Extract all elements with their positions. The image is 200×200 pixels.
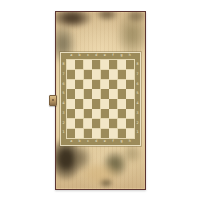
square-d1 (92, 129, 100, 138)
brass-clasp-latch (49, 95, 57, 106)
chess-board: abcdefgh abcdefgh 87654321 87654321 (61, 53, 140, 145)
coord-label: 5 (135, 89, 140, 99)
square-b8 (75, 60, 83, 69)
square-d7 (92, 70, 100, 79)
engraving-stain-top-left (55, 11, 92, 28)
square-g7 (118, 70, 126, 79)
square-h4 (126, 99, 134, 108)
square-a1 (67, 129, 75, 138)
coord-label: c (84, 140, 92, 144)
square-a4 (67, 99, 75, 108)
coord-label: h (126, 140, 134, 144)
square-c7 (84, 70, 92, 79)
parchment-yellow-stain (80, 162, 120, 186)
coord-label: c (84, 54, 92, 58)
square-h3 (126, 109, 134, 118)
square-h7 (126, 70, 134, 79)
square-h2 (126, 119, 134, 128)
square-h5 (126, 89, 134, 98)
square-b6 (75, 80, 83, 89)
square-f3 (109, 109, 117, 118)
engraving-stain-bottom-left-smudge (73, 144, 91, 172)
square-g3 (118, 109, 126, 118)
coord-label: a (67, 54, 75, 58)
square-e7 (101, 70, 109, 79)
square-a3 (67, 109, 75, 118)
engraving-stain-bottom-right (122, 144, 142, 164)
square-f5 (109, 89, 117, 98)
rank-labels-right: 87654321 (135, 60, 140, 138)
square-c3 (84, 109, 92, 118)
square-g2 (118, 119, 126, 128)
square-h1 (126, 129, 134, 138)
square-b3 (75, 109, 83, 118)
coord-label: d (92, 140, 100, 144)
coord-label: a (67, 140, 75, 144)
coord-label: g (117, 140, 125, 144)
square-a6 (67, 80, 75, 89)
square-h8 (126, 60, 134, 69)
square-e4 (101, 99, 109, 108)
square-g6 (118, 80, 126, 89)
square-h6 (126, 80, 134, 89)
square-g4 (118, 99, 126, 108)
coord-label: e (101, 54, 109, 58)
square-f1 (109, 129, 117, 138)
coord-label: 3 (135, 109, 140, 119)
square-a5 (67, 89, 75, 98)
coord-label: 4 (135, 99, 140, 109)
coord-label: 1 (135, 128, 140, 138)
coord-label: d (92, 54, 100, 58)
square-a7 (67, 70, 75, 79)
square-f2 (109, 119, 117, 128)
square-e2 (101, 119, 109, 128)
square-a8 (67, 60, 75, 69)
engraving-stain-bottom-dot (99, 178, 113, 187)
engraving-stain-bottom-center (102, 150, 128, 178)
square-e6 (101, 80, 109, 89)
engraving-stain-top-right (126, 11, 146, 23)
square-d3 (92, 109, 100, 118)
chess-board-case: abcdefgh abcdefgh 87654321 87654321 (55, 11, 146, 190)
square-e8 (101, 60, 109, 69)
square-b4 (75, 99, 83, 108)
coord-label: h (126, 54, 134, 58)
square-c8 (84, 60, 92, 69)
coord-label: f (109, 140, 117, 144)
coord-label: e (101, 140, 109, 144)
coord-label: b (75, 54, 83, 58)
square-b1 (75, 129, 83, 138)
board-squares-grid (66, 59, 135, 139)
square-f4 (109, 99, 117, 108)
engraving-stain-top-center (96, 11, 118, 21)
square-e3 (101, 109, 109, 118)
coord-label: f (109, 54, 117, 58)
square-d5 (92, 89, 100, 98)
square-c6 (84, 80, 92, 89)
coord-label: 8 (135, 60, 140, 70)
square-b7 (75, 70, 83, 79)
square-d4 (92, 99, 100, 108)
square-f7 (109, 70, 117, 79)
square-f6 (109, 80, 117, 89)
coord-label: 2 (135, 119, 140, 129)
product-photo-background: abcdefgh abcdefgh 87654321 87654321 (0, 0, 200, 200)
square-g5 (118, 89, 126, 98)
file-labels-top: abcdefgh (67, 54, 134, 58)
coord-label: 6 (135, 80, 140, 90)
square-d6 (92, 80, 100, 89)
square-c4 (84, 99, 92, 108)
coord-label: g (117, 54, 125, 58)
square-e1 (101, 129, 109, 138)
square-b5 (75, 89, 83, 98)
coord-label: 7 (135, 70, 140, 80)
square-a2 (67, 119, 75, 128)
square-g8 (118, 60, 126, 69)
square-c2 (84, 119, 92, 128)
square-e5 (101, 89, 109, 98)
engraving-stain-right-tree (116, 12, 146, 58)
square-c1 (84, 129, 92, 138)
file-labels-bottom: abcdefgh (67, 140, 134, 144)
square-d8 (92, 60, 100, 69)
square-b2 (75, 119, 83, 128)
square-c5 (84, 89, 92, 98)
square-f8 (109, 60, 117, 69)
square-d2 (92, 119, 100, 128)
coord-label: b (75, 140, 83, 144)
square-g1 (118, 129, 126, 138)
